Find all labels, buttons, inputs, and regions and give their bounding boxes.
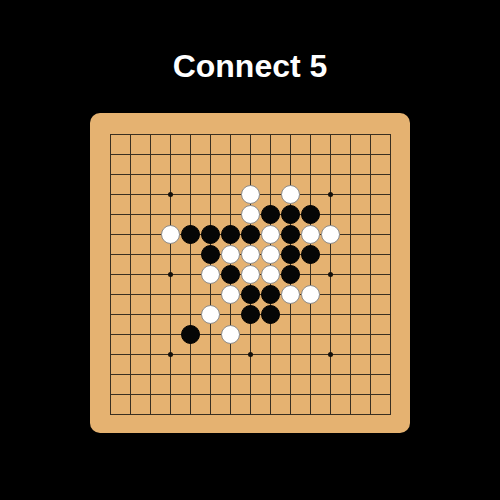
stone-black [281, 265, 300, 284]
stone-white [221, 325, 240, 344]
stone-black [221, 265, 240, 284]
stone-white [201, 265, 220, 284]
star-point [168, 272, 173, 277]
stone-white [201, 305, 220, 324]
stone-black [241, 225, 260, 244]
stone-black [301, 205, 320, 224]
star-point [168, 352, 173, 357]
stone-white [221, 245, 240, 264]
stone-white [261, 245, 280, 264]
stone-white [161, 225, 180, 244]
stone-black [281, 245, 300, 264]
app-screen: Connect 5 [0, 0, 500, 500]
stone-black [201, 245, 220, 264]
stone-white [281, 185, 300, 204]
stone-black [281, 205, 300, 224]
star-point [248, 352, 253, 357]
star-point [328, 352, 333, 357]
stone-black [241, 285, 260, 304]
stone-white [221, 285, 240, 304]
stone-white [261, 225, 280, 244]
stone-white [261, 265, 280, 284]
stone-white [241, 205, 260, 224]
stone-white [301, 285, 320, 304]
stone-black [261, 205, 280, 224]
stone-black [221, 225, 240, 244]
star-point [328, 192, 333, 197]
board-grid [110, 134, 391, 415]
stone-black [261, 305, 280, 324]
stone-white [241, 265, 260, 284]
stone-black [241, 305, 260, 324]
stone-black [181, 225, 200, 244]
stone-black [261, 285, 280, 304]
game-board[interactable] [90, 113, 410, 433]
stone-black [181, 325, 200, 344]
stone-white [241, 185, 260, 204]
stone-white [241, 245, 260, 264]
stone-white [281, 285, 300, 304]
page-title: Connect 5 [0, 48, 500, 84]
stone-black [201, 225, 220, 244]
stone-white [301, 225, 320, 244]
stone-black [301, 245, 320, 264]
stone-black [281, 225, 300, 244]
star-point [328, 272, 333, 277]
stone-white [321, 225, 340, 244]
star-point [168, 192, 173, 197]
